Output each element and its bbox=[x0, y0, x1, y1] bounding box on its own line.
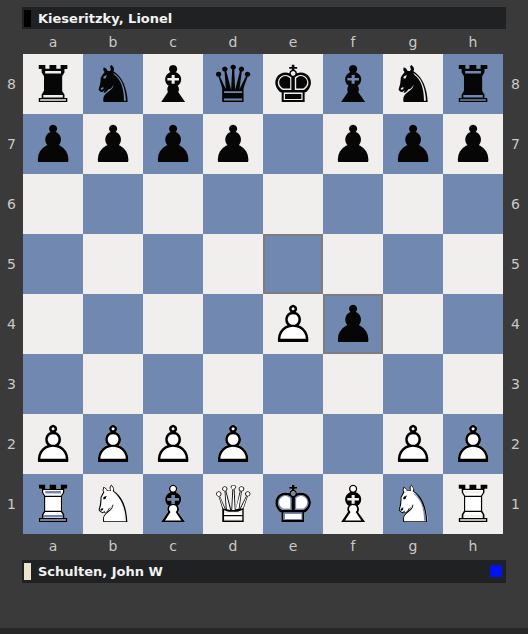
piece-white-king[interactable]: ♚♔ bbox=[263, 474, 323, 534]
piece-glyph-fill: ♚ bbox=[263, 474, 323, 534]
piece-glyph: ♝ bbox=[143, 54, 203, 114]
file-label: b bbox=[83, 30, 143, 54]
square-f6[interactable] bbox=[323, 174, 383, 234]
square-a8[interactable]: ♜ bbox=[23, 54, 83, 114]
square-g3[interactable] bbox=[383, 354, 443, 414]
file-label: a bbox=[23, 534, 83, 558]
file-label: c bbox=[143, 534, 203, 558]
file-label: f bbox=[323, 30, 383, 54]
piece-glyph: ♟ bbox=[443, 114, 503, 174]
square-e2[interactable] bbox=[263, 414, 323, 474]
file-label: h bbox=[443, 30, 503, 54]
square-g7[interactable]: ♟ bbox=[383, 114, 443, 174]
square-c4[interactable] bbox=[143, 294, 203, 354]
piece-glyph-fill: ♟ bbox=[23, 414, 83, 474]
piece-glyph-fill: ♜ bbox=[23, 474, 83, 534]
piece-glyph-outline: ♗ bbox=[143, 474, 203, 534]
square-a1[interactable]: ♜♖ bbox=[23, 474, 83, 534]
square-d3[interactable] bbox=[203, 354, 263, 414]
square-f1[interactable]: ♝♗ bbox=[323, 474, 383, 534]
piece-black-knight[interactable]: ♞ bbox=[83, 54, 143, 114]
square-b1[interactable]: ♞♘ bbox=[83, 474, 143, 534]
piece-glyph: ♜ bbox=[23, 54, 83, 114]
square-a4[interactable] bbox=[23, 294, 83, 354]
file-label: e bbox=[263, 30, 323, 54]
square-g2[interactable]: ♟♙ bbox=[383, 414, 443, 474]
top-player-name: Kieseritzky, Lionel bbox=[38, 11, 172, 26]
bottom-player-bar: Schulten, John W bbox=[22, 560, 506, 583]
piece-glyph-outline: ♙ bbox=[83, 414, 143, 474]
piece-black-queen[interactable]: ♛ bbox=[203, 54, 263, 114]
piece-glyph-fill: ♝ bbox=[143, 474, 203, 534]
file-label: d bbox=[203, 534, 263, 558]
piece-glyph-outline: ♖ bbox=[23, 474, 83, 534]
chess-board[interactable]: ♜♞♝♛♚♝♞♜♟♟♟♟♟♟♟♟♙♟♟♙♟♙♟♙♟♙♟♙♟♙♜♖♞♘♝♗♛♕♚♔… bbox=[23, 54, 503, 534]
piece-glyph-outline: ♘ bbox=[383, 474, 443, 534]
piece-glyph-outline: ♙ bbox=[263, 294, 323, 354]
rank-labels-left: 87654321 bbox=[0, 54, 23, 534]
top-player-bar: Kieseritzky, Lionel bbox=[22, 7, 506, 29]
square-a7[interactable]: ♟ bbox=[23, 114, 83, 174]
bottom-controls: Último movimiento: 2...exf4 C33 [King's … bbox=[0, 585, 528, 628]
square-h5[interactable] bbox=[443, 234, 503, 294]
piece-glyph-fill: ♟ bbox=[83, 414, 143, 474]
square-h3[interactable] bbox=[443, 354, 503, 414]
rank-label: 6 bbox=[503, 174, 528, 234]
file-label: h bbox=[443, 534, 503, 558]
square-c3[interactable] bbox=[143, 354, 203, 414]
square-d6[interactable] bbox=[203, 174, 263, 234]
file-label: b bbox=[83, 534, 143, 558]
square-c1[interactable]: ♝♗ bbox=[143, 474, 203, 534]
rank-label: 6 bbox=[0, 174, 23, 234]
square-h6[interactable] bbox=[443, 174, 503, 234]
square-b5[interactable] bbox=[83, 234, 143, 294]
file-label: e bbox=[263, 534, 323, 558]
piece-white-rook[interactable]: ♜♖ bbox=[23, 474, 83, 534]
square-g1[interactable]: ♞♘ bbox=[383, 474, 443, 534]
piece-glyph-outline: ♔ bbox=[263, 474, 323, 534]
piece-glyph-fill: ♝ bbox=[323, 474, 383, 534]
square-h8[interactable]: ♜ bbox=[443, 54, 503, 114]
white-color-chip bbox=[24, 563, 31, 580]
square-d7[interactable]: ♟ bbox=[203, 114, 263, 174]
square-g8[interactable]: ♞ bbox=[383, 54, 443, 114]
rank-label: 3 bbox=[503, 354, 528, 414]
file-label: c bbox=[143, 30, 203, 54]
square-a2[interactable]: ♟♙ bbox=[23, 414, 83, 474]
file-labels-bottom: abcdefgh bbox=[23, 534, 503, 558]
piece-black-pawn[interactable]: ♟ bbox=[83, 114, 143, 174]
square-e7[interactable] bbox=[263, 114, 323, 174]
square-h4[interactable] bbox=[443, 294, 503, 354]
square-d1[interactable]: ♛♕ bbox=[203, 474, 263, 534]
piece-glyph: ♟ bbox=[23, 114, 83, 174]
bottom-edge-strip bbox=[0, 628, 528, 634]
piece-glyph-outline: ♗ bbox=[323, 474, 383, 534]
black-color-chip bbox=[24, 10, 31, 27]
piece-white-pawn[interactable]: ♟♙ bbox=[83, 414, 143, 474]
rank-label: 7 bbox=[0, 114, 23, 174]
square-b7[interactable]: ♟ bbox=[83, 114, 143, 174]
square-a5[interactable] bbox=[23, 234, 83, 294]
square-h7[interactable]: ♟ bbox=[443, 114, 503, 174]
square-h1[interactable]: ♜♖ bbox=[443, 474, 503, 534]
piece-black-rook[interactable]: ♜ bbox=[443, 54, 503, 114]
piece-glyph: ♛ bbox=[203, 54, 263, 114]
piece-black-knight[interactable]: ♞ bbox=[383, 54, 443, 114]
piece-glyph-fill: ♟ bbox=[203, 414, 263, 474]
piece-white-pawn[interactable]: ♟♙ bbox=[383, 414, 443, 474]
piece-glyph: ♟ bbox=[323, 294, 383, 354]
square-f2[interactable] bbox=[323, 414, 383, 474]
square-g5[interactable] bbox=[383, 234, 443, 294]
square-d5[interactable] bbox=[203, 234, 263, 294]
piece-white-bishop[interactable]: ♝♗ bbox=[323, 474, 383, 534]
piece-glyph-outline: ♖ bbox=[443, 474, 503, 534]
piece-glyph: ♞ bbox=[83, 54, 143, 114]
piece-black-king[interactable]: ♚ bbox=[263, 54, 323, 114]
piece-white-rook[interactable]: ♜♖ bbox=[443, 474, 503, 534]
piece-glyph-fill: ♟ bbox=[263, 294, 323, 354]
piece-black-pawn[interactable]: ♟ bbox=[23, 114, 83, 174]
piece-black-pawn[interactable]: ♟ bbox=[323, 114, 383, 174]
square-c6[interactable] bbox=[143, 174, 203, 234]
square-e8[interactable]: ♚ bbox=[263, 54, 323, 114]
rank-label: 8 bbox=[0, 54, 23, 114]
square-a3[interactable] bbox=[23, 354, 83, 414]
square-b4[interactable] bbox=[83, 294, 143, 354]
square-f8[interactable]: ♝ bbox=[323, 54, 383, 114]
rank-label: 1 bbox=[503, 474, 528, 534]
piece-glyph-outline: ♕ bbox=[203, 474, 263, 534]
square-b6[interactable] bbox=[83, 174, 143, 234]
piece-white-pawn[interactable]: ♟♙ bbox=[443, 414, 503, 474]
square-b3[interactable] bbox=[83, 354, 143, 414]
piece-glyph-fill: ♟ bbox=[443, 414, 503, 474]
rank-label: 5 bbox=[503, 234, 528, 294]
rank-label: 3 bbox=[0, 354, 23, 414]
square-e3[interactable] bbox=[263, 354, 323, 414]
piece-glyph: ♜ bbox=[443, 54, 503, 114]
square-e6[interactable] bbox=[263, 174, 323, 234]
rank-label: 1 bbox=[0, 474, 23, 534]
square-g6[interactable] bbox=[383, 174, 443, 234]
bottom-player-name: Schulten, John W bbox=[38, 564, 163, 579]
square-c5[interactable] bbox=[143, 234, 203, 294]
piece-glyph-fill: ♛ bbox=[203, 474, 263, 534]
rank-labels-right: 87654321 bbox=[503, 54, 528, 534]
piece-glyph-fill: ♞ bbox=[83, 474, 143, 534]
piece-glyph: ♟ bbox=[83, 114, 143, 174]
file-label: g bbox=[383, 534, 443, 558]
square-b2[interactable]: ♟♙ bbox=[83, 414, 143, 474]
square-c2[interactable]: ♟♙ bbox=[143, 414, 203, 474]
square-c8[interactable]: ♝ bbox=[143, 54, 203, 114]
piece-glyph-fill: ♟ bbox=[383, 414, 443, 474]
square-h2[interactable]: ♟♙ bbox=[443, 414, 503, 474]
chess-app-window: Kieseritzky, Lionel abcdefgh 87654321 87… bbox=[0, 0, 528, 634]
piece-white-pawn[interactable]: ♟♙ bbox=[23, 414, 83, 474]
square-f7[interactable]: ♟ bbox=[323, 114, 383, 174]
file-label: f bbox=[323, 534, 383, 558]
square-d4[interactable] bbox=[203, 294, 263, 354]
piece-glyph-outline: ♙ bbox=[203, 414, 263, 474]
square-c7[interactable]: ♟ bbox=[143, 114, 203, 174]
piece-white-pawn[interactable]: ♟♙ bbox=[143, 414, 203, 474]
piece-white-knight[interactable]: ♞♘ bbox=[83, 474, 143, 534]
square-d2[interactable]: ♟♙ bbox=[203, 414, 263, 474]
piece-glyph: ♚ bbox=[263, 54, 323, 114]
square-d8[interactable]: ♛ bbox=[203, 54, 263, 114]
piece-white-pawn[interactable]: ♟♙ bbox=[263, 294, 323, 354]
rank-label: 7 bbox=[503, 114, 528, 174]
rank-label: 2 bbox=[0, 414, 23, 474]
square-b8[interactable]: ♞ bbox=[83, 54, 143, 114]
square-a6[interactable] bbox=[23, 174, 83, 234]
piece-glyph-outline: ♙ bbox=[443, 414, 503, 474]
piece-glyph-outline: ♙ bbox=[383, 414, 443, 474]
file-label: g bbox=[383, 30, 443, 54]
piece-glyph: ♝ bbox=[323, 54, 383, 114]
square-f4[interactable]: ♟ bbox=[323, 294, 383, 354]
square-e1[interactable]: ♚♔ bbox=[263, 474, 323, 534]
rank-label: 4 bbox=[503, 294, 528, 354]
piece-white-knight[interactable]: ♞♘ bbox=[383, 474, 443, 534]
piece-black-bishop[interactable]: ♝ bbox=[143, 54, 203, 114]
piece-glyph: ♞ bbox=[383, 54, 443, 114]
piece-glyph: ♟ bbox=[323, 114, 383, 174]
file-label: d bbox=[203, 30, 263, 54]
square-g4[interactable] bbox=[383, 294, 443, 354]
piece-black-rook[interactable]: ♜ bbox=[23, 54, 83, 114]
piece-black-pawn[interactable]: ♟ bbox=[443, 114, 503, 174]
square-f5[interactable] bbox=[323, 234, 383, 294]
piece-black-pawn[interactable]: ♟ bbox=[203, 114, 263, 174]
piece-white-queen[interactable]: ♛♕ bbox=[203, 474, 263, 534]
piece-black-pawn[interactable]: ♟ bbox=[383, 114, 443, 174]
piece-glyph-fill: ♟ bbox=[143, 414, 203, 474]
piece-glyph-outline: ♙ bbox=[143, 414, 203, 474]
piece-white-pawn[interactable]: ♟♙ bbox=[203, 414, 263, 474]
piece-black-pawn[interactable]: ♟ bbox=[323, 294, 383, 354]
piece-glyph-fill: ♜ bbox=[443, 474, 503, 534]
piece-glyph: ♟ bbox=[143, 114, 203, 174]
file-label: a bbox=[23, 30, 83, 54]
engine-status-indicator bbox=[490, 565, 502, 577]
rank-label: 8 bbox=[503, 54, 528, 114]
square-f3[interactable] bbox=[323, 354, 383, 414]
piece-glyph-outline: ♘ bbox=[83, 474, 143, 534]
square-e5[interactable] bbox=[263, 234, 323, 294]
piece-black-bishop[interactable]: ♝ bbox=[323, 54, 383, 114]
rank-label: 2 bbox=[503, 414, 528, 474]
rank-label: 5 bbox=[0, 234, 23, 294]
piece-glyph: ♟ bbox=[383, 114, 443, 174]
piece-glyph-fill: ♞ bbox=[383, 474, 443, 534]
piece-black-pawn[interactable]: ♟ bbox=[143, 114, 203, 174]
file-labels-top: abcdefgh bbox=[23, 30, 503, 54]
rank-label: 4 bbox=[0, 294, 23, 354]
piece-glyph: ♟ bbox=[203, 114, 263, 174]
square-e4[interactable]: ♟♙ bbox=[263, 294, 323, 354]
piece-glyph-outline: ♙ bbox=[23, 414, 83, 474]
piece-white-bishop[interactable]: ♝♗ bbox=[143, 474, 203, 534]
